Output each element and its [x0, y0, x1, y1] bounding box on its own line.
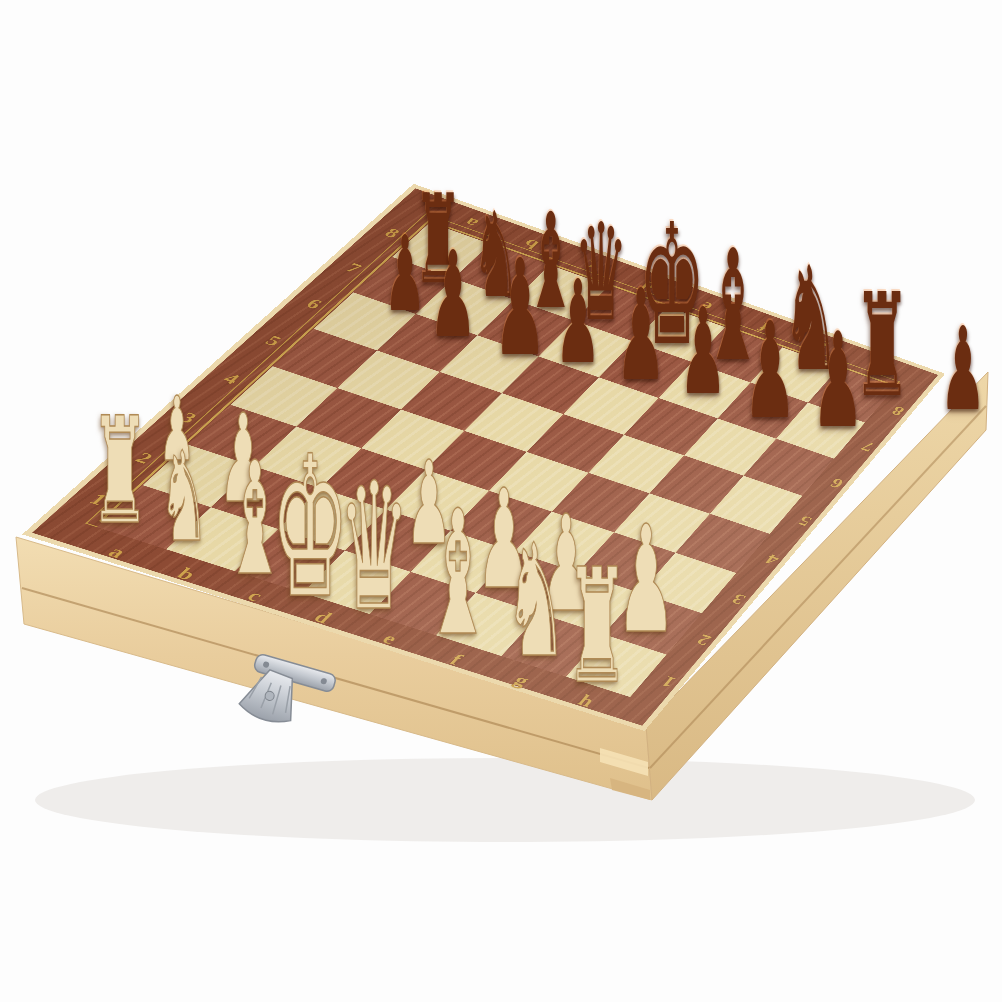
file-label-back-h: h [867, 360, 886, 374]
file-label-front-c: c [244, 587, 267, 604]
file-label-back-e: e [697, 300, 715, 314]
file-label-back-d: d [638, 279, 659, 293]
ground-shadow [35, 758, 975, 842]
rank-label-left-2: 2 [132, 450, 157, 466]
rank-label-right-4: 4 [762, 552, 782, 568]
rank-label-right-2: 2 [693, 632, 714, 648]
file-label-front-b: b [174, 565, 200, 583]
file-label-back-b: b [520, 237, 542, 251]
rank-label-right-3: 3 [728, 591, 748, 607]
product-photo-scene: { "game": "chess", "scene": { "descripti… [0, 0, 1002, 1002]
rank-label-right-5: 5 [795, 513, 815, 528]
file-label-back-f: f [756, 320, 772, 333]
file-label-back-g: g [811, 340, 830, 354]
rank-label-left-3: 3 [176, 410, 200, 426]
rank-label-right-6: 6 [827, 476, 846, 491]
rank-label-right-1: 1 [657, 674, 678, 691]
file-label-front-a: a [105, 543, 131, 560]
rank-label-left-5: 5 [262, 333, 285, 348]
rank-label-left-4: 4 [220, 371, 244, 387]
file-label-front-h: h [575, 692, 598, 709]
rank-label-left-7: 7 [343, 261, 365, 276]
rank-label-left-8: 8 [381, 226, 403, 240]
file-label-back-c: c [581, 258, 600, 272]
file-label-front-d: d [311, 608, 336, 625]
file-label-front-f: f [447, 651, 467, 667]
rank-label-right-8: 8 [888, 404, 906, 418]
rank-label-left-1: 1 [86, 491, 112, 508]
file-label-front-e: e [379, 630, 401, 647]
file-label-back-a: a [461, 216, 482, 230]
file-label-front-g: g [511, 672, 534, 689]
rank-label-right-7: 7 [858, 440, 877, 455]
rank-label-left-6: 6 [303, 296, 326, 311]
